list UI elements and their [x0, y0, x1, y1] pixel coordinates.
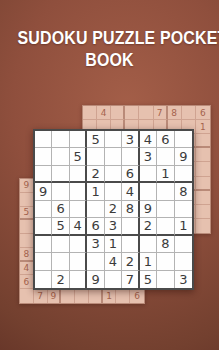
book-title-line1: SUDOKU PUZZLE POCKET [18, 27, 202, 49]
front-sudoku-grid-cell-r7c8: 8 [157, 236, 174, 253]
background-sudoku-grid-bottom-left-cell-r1c1: 9 [20, 179, 34, 193]
front-sudoku-grid-cell-r8c8 [157, 253, 174, 270]
background-sudoku-grid-top-right-cell-r1c7: 8 [168, 106, 182, 120]
background-sudoku-grid-top-right-cell-r1c6: 7 [154, 106, 168, 120]
front-sudoku-grid-cell-r8c9 [175, 253, 192, 270]
front-sudoku-grid-cell-r5c5: 2 [105, 201, 122, 218]
background-sudoku-grid-bottom-left-cell-r9c1 [20, 289, 34, 303]
front-sudoku-grid-cell-r5c2: 6 [52, 201, 69, 218]
background-sudoku-grid-top-right-cell-r1c1 [83, 106, 97, 120]
front-sudoku-grid-cell-r7c4: 3 [87, 236, 104, 253]
front-sudoku-grid-cell-r2c1 [35, 148, 52, 165]
front-sudoku-grid-cell-r3c9 [175, 166, 192, 183]
front-sudoku-grid-cell-r7c9 [175, 236, 192, 253]
front-sudoku-grid-cell-r6c4: 6 [87, 218, 104, 235]
front-sudoku-grid-cell-r5c8 [157, 201, 174, 218]
book-title-line2: BOOK [18, 49, 202, 71]
front-sudoku-grid-cell-r9c3 [70, 271, 87, 288]
front-sudoku-grid-cell-r2c6 [122, 148, 139, 165]
background-sudoku-grid-top-right-cell-r4c9 [196, 148, 210, 162]
front-sudoku-grid-cell-r5c6: 8 [122, 201, 139, 218]
front-sudoku-grid-cell-r3c3 [70, 166, 87, 183]
book-title: SUDOKU PUZZLE POCKET BOOK [0, 27, 219, 71]
front-sudoku-grid-cell-r9c8 [157, 271, 174, 288]
front-sudoku-grid-cell-r3c5 [105, 166, 122, 183]
front-sudoku-grid-cell-r6c8 [157, 218, 174, 235]
background-sudoku-grid-bottom-left-cell-r9c5 [75, 289, 89, 303]
front-sudoku-grid-cell-r4c5 [105, 183, 122, 200]
front-sudoku-grid-cell-r1c7: 4 [140, 131, 157, 148]
front-sudoku-grid-cell-r6c9: 1 [175, 218, 192, 235]
front-sudoku-grid-cell-r4c8 [157, 183, 174, 200]
front-sudoku-grid-cell-r4c6: 4 [122, 183, 139, 200]
background-sudoku-grid-top-right-cell-r6c9 [196, 177, 210, 191]
background-sudoku-grid-top-right-cell-r5c9 [196, 162, 210, 176]
front-sudoku-grid-cell-r8c1 [35, 253, 52, 270]
background-sudoku-grid-bottom-left-cell-r9c3: 9 [48, 289, 62, 303]
front-sudoku-grid-cell-r3c8: 1 [157, 166, 174, 183]
front-sudoku-grid-cell-r8c6: 2 [122, 253, 139, 270]
book-cover: SUDOKU PUZZLE POCKET BOOK 47861425 95846… [0, 0, 219, 350]
background-sudoku-grid-bottom-left-cell-r7c1: 4 [20, 262, 34, 276]
front-sudoku-grid-cell-r1c3 [70, 131, 87, 148]
front-sudoku-grid-cell-r9c9: 3 [175, 271, 192, 288]
front-sudoku-grid-cell-r2c2 [52, 148, 69, 165]
background-sudoku-grid-top-right-cell-r8c9 [196, 205, 210, 219]
background-sudoku-grid-top-right-cell-r2c9: 1 [196, 120, 210, 134]
background-sudoku-grid-bottom-left-cell-r5c1 [20, 234, 34, 248]
front-sudoku-grid-cell-r3c2 [52, 166, 69, 183]
front-sudoku-grid-cell-r9c1 [35, 271, 52, 288]
background-sudoku-grid-bottom-left-cell-r4c1 [20, 220, 34, 234]
front-sudoku-grid: 53465392619148628954632131842129753 [33, 129, 194, 290]
front-sudoku-grid-cell-r6c1 [35, 218, 52, 235]
front-sudoku-grid-cell-r1c8: 6 [157, 131, 174, 148]
front-sudoku-grid-cell-r2c5 [105, 148, 122, 165]
front-sudoku-grid-cell-r2c4 [87, 148, 104, 165]
front-sudoku-grid-cell-r1c4: 5 [87, 131, 104, 148]
front-sudoku-grid-cell-r3c6: 6 [122, 166, 139, 183]
background-sudoku-grid-bottom-left-cell-r9c6 [89, 289, 103, 303]
front-sudoku-grid-cell-r8c2 [52, 253, 69, 270]
front-sudoku-grid-cell-r5c9 [175, 201, 192, 218]
front-sudoku-grid-cell-r5c7: 9 [140, 201, 157, 218]
front-sudoku-grid-cell-r4c7 [140, 183, 157, 200]
front-sudoku-grid-cell-r1c9 [175, 131, 192, 148]
background-sudoku-grid-bottom-left-cell-r6c1: 8 [20, 248, 34, 262]
front-sudoku-grid-cell-r9c5 [105, 271, 122, 288]
background-sudoku-grid-bottom-left-cell-r3c1: 5 [20, 207, 34, 221]
front-sudoku-grid-cell-r9c7: 5 [140, 271, 157, 288]
front-sudoku-grid-cell-r4c1: 9 [35, 183, 52, 200]
front-sudoku-grid-cell-r5c4 [87, 201, 104, 218]
front-sudoku-grid-cell-r6c7: 2 [140, 218, 157, 235]
background-sudoku-grid-bottom-left-cell-r9c4 [61, 289, 75, 303]
background-sudoku-grid-top-right-cell-r1c8 [182, 106, 196, 120]
front-sudoku-grid-cell-r2c8 [157, 148, 174, 165]
front-sudoku-grid-cell-r7c7 [140, 236, 157, 253]
front-sudoku-grid-cell-r4c4: 1 [87, 183, 104, 200]
front-sudoku-grid-cell-r7c3 [70, 236, 87, 253]
front-sudoku-grid-cell-r2c9: 9 [175, 148, 192, 165]
background-sudoku-grid-top-right-cell-r1c3 [111, 106, 125, 120]
background-sudoku-grid-top-right-cell-r1c2: 4 [97, 106, 111, 120]
front-sudoku-grid-cell-r1c2 [52, 131, 69, 148]
front-sudoku-grid-cell-r9c6: 7 [122, 271, 139, 288]
front-sudoku-grid-cell-r4c2 [52, 183, 69, 200]
front-sudoku-grid-cell-r3c4: 2 [87, 166, 104, 183]
background-sudoku-grid-bottom-left-cell-r8c1: 6 [20, 275, 34, 289]
background-sudoku-grid-top-right-cell-r3c9 [196, 134, 210, 148]
front-sudoku-grid-cell-r1c1 [35, 131, 52, 148]
background-sudoku-grid-top-right-cell-r1c9: 6 [196, 106, 210, 120]
front-sudoku-grid-cell-r2c3: 5 [70, 148, 87, 165]
front-sudoku-grid-cell-r8c7: 1 [140, 253, 157, 270]
front-sudoku-grid-cell-r9c4: 9 [87, 271, 104, 288]
front-sudoku-grid-cell-r1c6: 3 [122, 131, 139, 148]
front-sudoku-grid-cell-r8c3 [70, 253, 87, 270]
front-sudoku-grid-cell-r5c1 [35, 201, 52, 218]
front-sudoku-grid-cell-r7c6 [122, 236, 139, 253]
front-sudoku-grid-cell-r6c3: 4 [70, 218, 87, 235]
background-sudoku-grid-top-right-cell-r9c9 [196, 219, 210, 233]
front-sudoku-grid-cell-r8c5: 4 [105, 253, 122, 270]
background-sudoku-grid-bottom-left-cell-r9c7: 1 [103, 289, 117, 303]
front-sudoku-grid-cell-r3c1 [35, 166, 52, 183]
front-sudoku-grid-cell-r7c1 [35, 236, 52, 253]
front-sudoku-grid-cell-r4c9: 8 [175, 183, 192, 200]
background-sudoku-grid-top-right-cell-r7c9 [196, 191, 210, 205]
background-sudoku-grid-bottom-left-cell-r9c2: 7 [34, 289, 48, 303]
front-sudoku-grid-cell-r5c3 [70, 201, 87, 218]
front-sudoku-grid-cell-r7c2 [52, 236, 69, 253]
front-sudoku-grid-cell-r9c2: 2 [52, 271, 69, 288]
front-sudoku-grid-cell-r1c5 [105, 131, 122, 148]
background-sudoku-grid-bottom-left-cell-r9c8 [116, 289, 130, 303]
front-sudoku-grid-cell-r8c4 [87, 253, 104, 270]
background-sudoku-grid-top-right-cell-r1c4 [125, 106, 139, 120]
background-sudoku-grid-bottom-left-cell-r2c1 [20, 193, 34, 207]
front-sudoku-grid-cell-r2c7: 3 [140, 148, 157, 165]
front-sudoku-grid-cell-r6c2: 5 [52, 218, 69, 235]
front-sudoku-grid-cell-r4c3 [70, 183, 87, 200]
background-sudoku-grid-bottom-left-cell-r9c9: 6 [130, 289, 144, 303]
front-sudoku-grid-cell-r7c5: 1 [105, 236, 122, 253]
front-sudoku-grid-cell-r6c6 [122, 218, 139, 235]
front-sudoku-grid-cell-r3c7 [140, 166, 157, 183]
background-sudoku-grid-top-right-cell-r1c5 [139, 106, 153, 120]
front-sudoku-grid-cell-r6c5: 3 [105, 218, 122, 235]
